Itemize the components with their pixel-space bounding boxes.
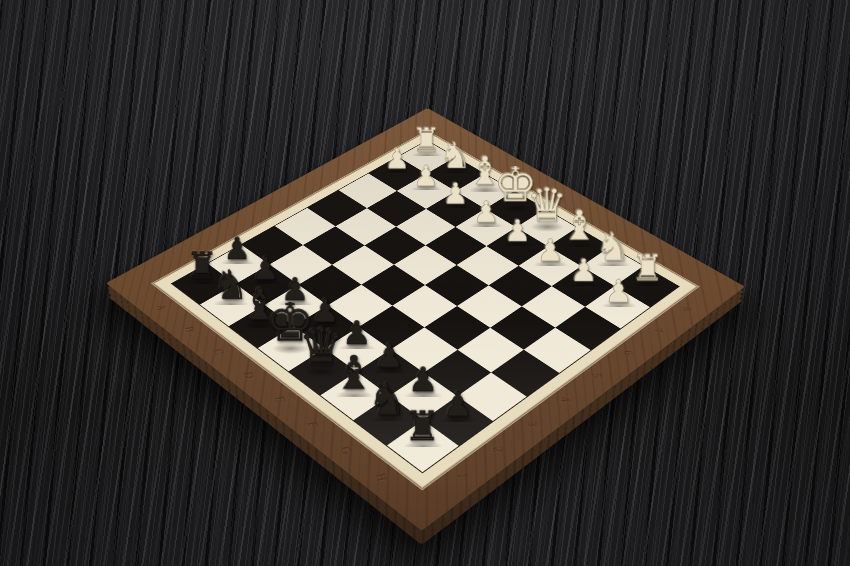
file-label: A [152, 303, 169, 311]
file-label: F [303, 420, 321, 428]
file-label: E [270, 395, 288, 404]
square[interactable] [491, 350, 559, 397]
walnut-frame: ABCDEFGH87654321 [106, 108, 745, 531]
square[interactable] [457, 285, 521, 327]
chess-board: ABCDEFGH87654321 ♜♞♝♚♛♝♞♜♟♟♟♟♟♟♟♟♟♟♟♟♟♟♟… [106, 108, 745, 531]
rank-label: 5 [588, 373, 605, 378]
square[interactable] [490, 306, 555, 350]
file-label: H [370, 472, 389, 483]
square[interactable] [555, 307, 620, 351]
rank-label: 7 [649, 328, 666, 333]
file-label: C [209, 348, 226, 357]
square[interactable] [393, 285, 457, 327]
piece-glyph: ♜ [405, 406, 441, 447]
piece-black-rook[interactable]: ♜ [397, 396, 448, 447]
piece-white-pawn[interactable]: ♟ [596, 261, 642, 307]
rank-label: 3 [523, 421, 540, 427]
file-label: D [239, 371, 257, 380]
photo-scene: ABCDEFGH87654321 ♜♞♝♚♛♝♞♜♟♟♟♟♟♟♟♟♟♟♟♟♟♟♟… [0, 0, 850, 566]
square[interactable] [457, 327, 524, 372]
square[interactable] [424, 306, 489, 350]
rank-label: 1 [453, 473, 471, 479]
rank-label: 4 [556, 397, 573, 402]
rank-label: 6 [619, 350, 636, 355]
rank-label: 8 [678, 307, 694, 312]
piece-glyph: ♟ [605, 275, 633, 307]
file-label: G [336, 445, 355, 455]
square[interactable] [524, 328, 591, 373]
rank-label: 2 [489, 446, 507, 452]
square[interactable] [521, 286, 585, 328]
piece-glyph: ♟ [570, 255, 598, 286]
file-label: B [180, 325, 197, 333]
